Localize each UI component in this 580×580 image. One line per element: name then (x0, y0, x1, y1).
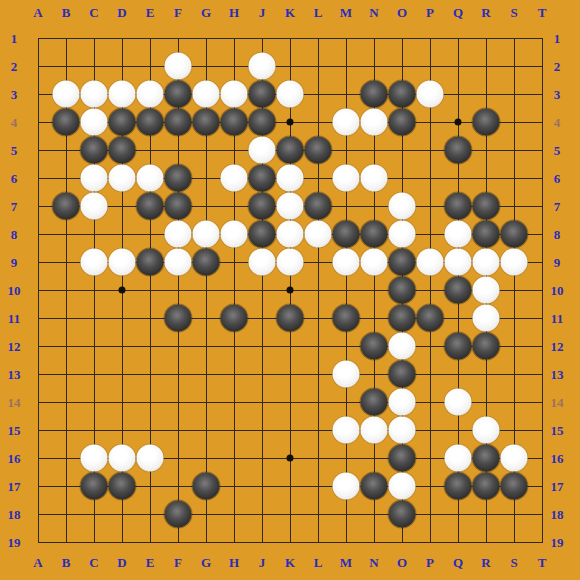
white-stone (53, 81, 80, 108)
black-stone (501, 473, 528, 500)
black-stone (361, 81, 388, 108)
black-stone (249, 165, 276, 192)
row-label-right: 14 (551, 396, 564, 409)
black-stone (473, 445, 500, 472)
col-label-bottom: J (259, 556, 266, 569)
black-stone (389, 249, 416, 276)
black-stone (305, 137, 332, 164)
white-stone (361, 165, 388, 192)
white-stone (473, 417, 500, 444)
col-label-top: G (201, 6, 211, 19)
col-label-top: E (146, 6, 155, 19)
black-stone (361, 333, 388, 360)
black-stone (137, 193, 164, 220)
black-stone (137, 109, 164, 136)
black-stone (389, 501, 416, 528)
black-stone (445, 277, 472, 304)
black-stone (389, 277, 416, 304)
white-stone (277, 165, 304, 192)
black-stone (389, 305, 416, 332)
white-stone (165, 53, 192, 80)
col-label-top: O (397, 6, 407, 19)
white-stone (417, 249, 444, 276)
row-label-right: 13 (551, 368, 564, 381)
grid-vline (430, 38, 431, 543)
white-stone (445, 445, 472, 472)
col-label-bottom: E (146, 556, 155, 569)
row-label-right: 16 (551, 452, 564, 465)
white-stone (221, 81, 248, 108)
black-stone (81, 137, 108, 164)
black-stone (389, 445, 416, 472)
black-stone (109, 473, 136, 500)
white-stone (389, 193, 416, 220)
row-label-right: 2 (554, 60, 561, 73)
white-stone (249, 249, 276, 276)
black-stone (445, 137, 472, 164)
row-label-left: 16 (8, 452, 21, 465)
col-label-bottom: K (285, 556, 295, 569)
white-stone (137, 445, 164, 472)
star-point (119, 287, 126, 294)
white-stone (277, 221, 304, 248)
black-stone (389, 109, 416, 136)
col-label-bottom: F (174, 556, 182, 569)
white-stone (109, 165, 136, 192)
row-label-left: 8 (11, 228, 18, 241)
col-label-bottom: B (62, 556, 71, 569)
row-label-left: 2 (11, 60, 18, 73)
white-stone (137, 81, 164, 108)
star-point (455, 119, 462, 126)
white-stone (361, 417, 388, 444)
col-label-bottom: L (314, 556, 323, 569)
white-stone (81, 81, 108, 108)
black-stone (193, 473, 220, 500)
row-label-left: 13 (8, 368, 21, 381)
black-stone (445, 193, 472, 220)
row-label-right: 17 (551, 480, 564, 493)
black-stone (137, 249, 164, 276)
row-label-right: 19 (551, 536, 564, 549)
black-stone (193, 109, 220, 136)
col-label-bottom: Q (453, 556, 463, 569)
black-stone (249, 109, 276, 136)
star-point (287, 455, 294, 462)
grid-hline (38, 430, 543, 431)
col-label-bottom: H (229, 556, 239, 569)
white-stone (389, 473, 416, 500)
white-stone (81, 109, 108, 136)
black-stone (221, 109, 248, 136)
white-stone (277, 249, 304, 276)
black-stone (473, 109, 500, 136)
white-stone (501, 249, 528, 276)
col-label-bottom: T (538, 556, 547, 569)
row-label-right: 18 (551, 508, 564, 521)
black-stone (473, 193, 500, 220)
row-label-right: 10 (551, 284, 564, 297)
col-label-bottom: A (33, 556, 42, 569)
white-stone (193, 221, 220, 248)
grid-vline (318, 38, 319, 543)
white-stone (137, 165, 164, 192)
col-label-bottom: D (117, 556, 126, 569)
white-stone (417, 81, 444, 108)
col-label-top: J (259, 6, 266, 19)
black-stone (249, 81, 276, 108)
row-label-left: 15 (8, 424, 21, 437)
black-stone (165, 305, 192, 332)
black-stone (165, 193, 192, 220)
black-stone (473, 473, 500, 500)
col-label-top: P (426, 6, 434, 19)
row-label-right: 3 (554, 88, 561, 101)
row-label-right: 12 (551, 340, 564, 353)
white-stone (165, 221, 192, 248)
white-stone (333, 165, 360, 192)
white-stone (81, 193, 108, 220)
white-stone (109, 81, 136, 108)
go-board-screenshot: AABBCCDDEEFFGGHHJJKKLLMMNNOOPPQQRRSSTT11… (0, 0, 580, 580)
col-label-top: F (174, 6, 182, 19)
white-stone (277, 81, 304, 108)
white-stone (389, 389, 416, 416)
row-label-right: 11 (551, 312, 563, 325)
black-stone (249, 193, 276, 220)
row-label-left: 5 (11, 144, 18, 157)
row-label-left: 12 (8, 340, 21, 353)
black-stone (333, 221, 360, 248)
col-label-bottom: N (369, 556, 378, 569)
col-label-top: R (481, 6, 490, 19)
black-stone (53, 109, 80, 136)
black-stone (165, 165, 192, 192)
black-stone (445, 333, 472, 360)
black-stone (249, 221, 276, 248)
white-stone (277, 193, 304, 220)
col-label-bottom: S (510, 556, 517, 569)
col-label-top: D (117, 6, 126, 19)
black-stone (361, 389, 388, 416)
white-stone (333, 361, 360, 388)
black-stone (501, 221, 528, 248)
white-stone (81, 165, 108, 192)
black-stone (389, 81, 416, 108)
col-label-top: S (510, 6, 517, 19)
black-stone (277, 137, 304, 164)
row-label-right: 4 (554, 116, 561, 129)
col-label-top: N (369, 6, 378, 19)
white-stone (389, 221, 416, 248)
row-label-left: 4 (11, 116, 18, 129)
black-stone (165, 109, 192, 136)
white-stone (473, 305, 500, 332)
white-stone (249, 137, 276, 164)
black-stone (445, 473, 472, 500)
black-stone (389, 361, 416, 388)
col-label-bottom: O (397, 556, 407, 569)
black-stone (473, 333, 500, 360)
row-label-left: 1 (11, 32, 18, 45)
row-label-left: 11 (8, 312, 20, 325)
white-stone (473, 249, 500, 276)
white-stone (333, 109, 360, 136)
row-label-left: 9 (11, 256, 18, 269)
black-stone (361, 221, 388, 248)
black-stone (221, 305, 248, 332)
white-stone (389, 417, 416, 444)
col-label-top: H (229, 6, 239, 19)
white-stone (81, 249, 108, 276)
white-stone (389, 333, 416, 360)
black-stone (473, 221, 500, 248)
white-stone (109, 249, 136, 276)
row-label-right: 1 (554, 32, 561, 45)
black-stone (53, 193, 80, 220)
col-label-top: M (340, 6, 352, 19)
star-point (287, 119, 294, 126)
col-label-top: Q (453, 6, 463, 19)
black-stone (417, 305, 444, 332)
black-stone (361, 473, 388, 500)
col-label-top: K (285, 6, 295, 19)
col-label-top: A (33, 6, 42, 19)
row-label-left: 3 (11, 88, 18, 101)
black-stone (109, 109, 136, 136)
col-label-bottom: R (481, 556, 490, 569)
row-label-right: 5 (554, 144, 561, 157)
row-label-left: 7 (11, 200, 18, 213)
white-stone (361, 249, 388, 276)
white-stone (501, 445, 528, 472)
white-stone (445, 389, 472, 416)
black-stone (165, 81, 192, 108)
white-stone (193, 81, 220, 108)
white-stone (165, 249, 192, 276)
row-label-left: 18 (8, 508, 21, 521)
row-label-right: 8 (554, 228, 561, 241)
row-label-left: 6 (11, 172, 18, 185)
black-stone (193, 249, 220, 276)
white-stone (445, 249, 472, 276)
white-stone (333, 473, 360, 500)
row-label-left: 17 (8, 480, 21, 493)
white-stone (81, 445, 108, 472)
white-stone (221, 221, 248, 248)
row-label-left: 19 (8, 536, 21, 549)
col-label-bottom: C (89, 556, 98, 569)
row-label-right: 9 (554, 256, 561, 269)
col-label-top: T (538, 6, 547, 19)
grid-hline (38, 542, 543, 543)
col-label-top: B (62, 6, 71, 19)
col-label-bottom: M (340, 556, 352, 569)
black-stone (333, 305, 360, 332)
white-stone (361, 109, 388, 136)
black-stone (165, 501, 192, 528)
white-stone (305, 221, 332, 248)
row-label-left: 10 (8, 284, 21, 297)
black-stone (277, 305, 304, 332)
grid-vline (542, 38, 543, 543)
black-stone (81, 473, 108, 500)
grid-hline (38, 514, 543, 515)
star-point (287, 287, 294, 294)
white-stone (473, 277, 500, 304)
white-stone (333, 249, 360, 276)
black-stone (109, 137, 136, 164)
white-stone (221, 165, 248, 192)
col-label-top: L (314, 6, 323, 19)
white-stone (333, 417, 360, 444)
row-label-right: 7 (554, 200, 561, 213)
white-stone (445, 221, 472, 248)
col-label-top: C (89, 6, 98, 19)
row-label-right: 15 (551, 424, 564, 437)
row-label-right: 6 (554, 172, 561, 185)
black-stone (305, 193, 332, 220)
col-label-bottom: G (201, 556, 211, 569)
col-label-bottom: P (426, 556, 434, 569)
grid-hline (38, 374, 543, 375)
row-label-left: 14 (8, 396, 21, 409)
white-stone (249, 53, 276, 80)
white-stone (109, 445, 136, 472)
